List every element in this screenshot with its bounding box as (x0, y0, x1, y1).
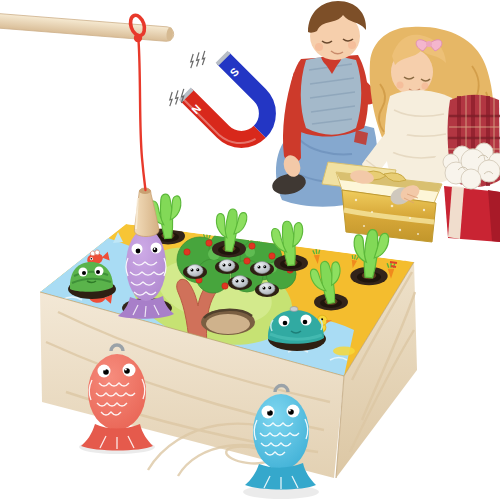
rod-stick (0, 13, 174, 42)
bobber (134, 188, 159, 237)
gift-box-red (443, 143, 500, 242)
product-photo: N S (0, 0, 500, 500)
big-empty-hole (201, 309, 255, 335)
fishing-rod (0, 13, 174, 237)
toy-scene: N S (0, 0, 500, 500)
magnet-icon: N S (166, 51, 285, 158)
rod-string (139, 40, 146, 190)
magnet-spark-lines (187, 51, 208, 68)
